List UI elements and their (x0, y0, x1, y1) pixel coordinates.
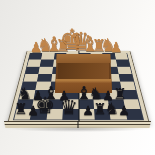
wooden-box-interior (58, 63, 109, 79)
black-rook[interactable]: ♜ (14, 102, 27, 117)
square[interactable] (37, 74, 52, 82)
square[interactable] (118, 74, 133, 82)
chess-set-photo: ♟♞♝♜♚♛♝♜♞♟♞♟♝♟♝♞♟♜♜♟♚♛♟♜♞♟ (0, 0, 155, 155)
square[interactable] (39, 66, 53, 73)
wood-pawn[interactable]: ♟ (110, 40, 123, 54)
board-shadow (10, 126, 146, 132)
black-king[interactable]: ♚ (35, 95, 55, 117)
square[interactable] (117, 66, 132, 73)
black-pawn[interactable]: ♟ (118, 104, 130, 117)
square[interactable] (116, 60, 130, 67)
black-pawn[interactable]: ♟ (82, 104, 94, 117)
square[interactable] (40, 60, 54, 67)
black-queen[interactable]: ♛ (60, 97, 78, 117)
black-knight[interactable]: ♞ (105, 101, 119, 117)
